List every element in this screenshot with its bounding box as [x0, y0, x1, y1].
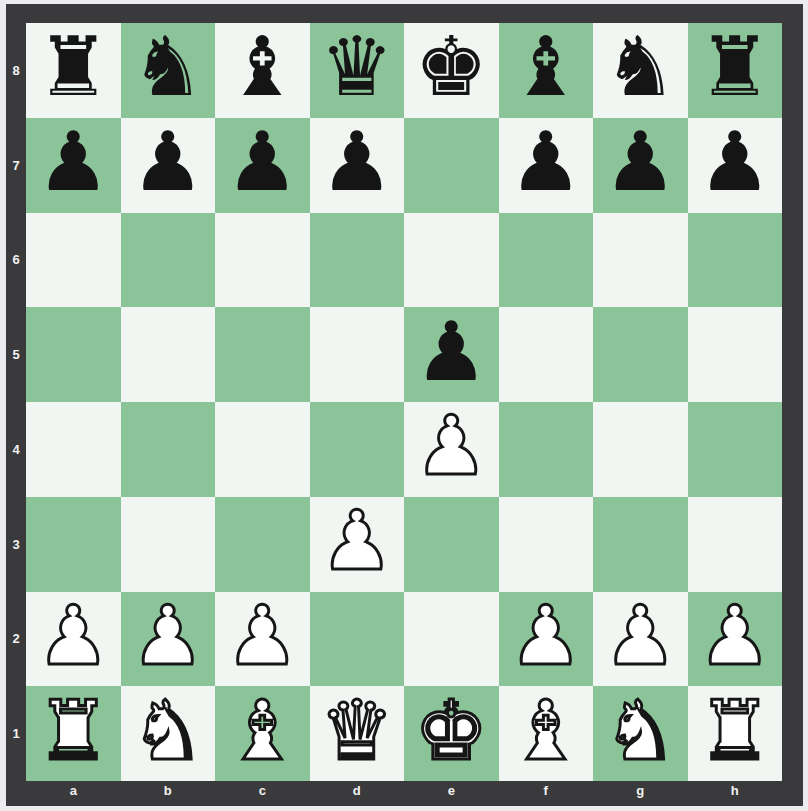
square-a2[interactable]: ♟ [26, 592, 121, 687]
square-f4[interactable] [499, 402, 594, 497]
square-h4[interactable] [688, 402, 783, 497]
piece-black-pawn[interactable]: ♟ [131, 121, 205, 203]
file-label-h: h [688, 781, 783, 806]
square-c1[interactable]: ♝ [215, 686, 310, 781]
square-d7[interactable]: ♟ [310, 118, 405, 213]
board-frame: 87654321 ♜♞♝♛♚♝♞♜♟♟♟♟♟♟♟♟♟♟♟♟♟♟♟♟♜♞♝♛♚♝♞… [6, 4, 803, 806]
square-d8[interactable]: ♛ [310, 23, 405, 118]
square-e8[interactable]: ♚ [404, 23, 499, 118]
piece-white-rook[interactable]: ♜ [698, 690, 772, 772]
square-e6[interactable] [404, 213, 499, 308]
square-f3[interactable] [499, 497, 594, 592]
square-e5[interactable]: ♟ [404, 307, 499, 402]
piece-white-pawn[interactable]: ♟ [36, 595, 110, 677]
square-d4[interactable] [310, 402, 405, 497]
square-f6[interactable] [499, 213, 594, 308]
piece-white-pawn[interactable]: ♟ [225, 595, 299, 677]
square-e1[interactable]: ♚ [404, 686, 499, 781]
square-b1[interactable]: ♞ [121, 686, 216, 781]
square-a4[interactable] [26, 402, 121, 497]
square-f2[interactable]: ♟ [499, 592, 594, 687]
square-a8[interactable]: ♜ [26, 23, 121, 118]
rank-label-8: 8 [6, 23, 26, 118]
rank-label-1: 1 [6, 686, 26, 781]
square-e4[interactable]: ♟ [404, 402, 499, 497]
square-a6[interactable] [26, 213, 121, 308]
square-b3[interactable] [121, 497, 216, 592]
square-h5[interactable] [688, 307, 783, 402]
piece-white-pawn[interactable]: ♟ [414, 405, 488, 487]
rank-label-3: 3 [6, 497, 26, 592]
square-c7[interactable]: ♟ [215, 118, 310, 213]
square-b2[interactable]: ♟ [121, 592, 216, 687]
piece-black-bishop[interactable]: ♝ [509, 26, 583, 108]
square-h2[interactable]: ♟ [688, 592, 783, 687]
square-f8[interactable]: ♝ [499, 23, 594, 118]
rank-label-5: 5 [6, 307, 26, 402]
piece-white-pawn[interactable]: ♟ [698, 595, 772, 677]
square-g3[interactable] [593, 497, 688, 592]
square-c6[interactable] [215, 213, 310, 308]
piece-black-pawn[interactable]: ♟ [603, 121, 677, 203]
square-g6[interactable] [593, 213, 688, 308]
file-label-a: a [26, 781, 121, 806]
square-b4[interactable] [121, 402, 216, 497]
chess-board[interactable]: ♜♞♝♛♚♝♞♜♟♟♟♟♟♟♟♟♟♟♟♟♟♟♟♟♜♞♝♛♚♝♞♜ [26, 23, 782, 781]
piece-white-pawn[interactable]: ♟ [320, 500, 394, 582]
square-c4[interactable] [215, 402, 310, 497]
square-d5[interactable] [310, 307, 405, 402]
square-b7[interactable]: ♟ [121, 118, 216, 213]
file-label-b: b [121, 781, 216, 806]
piece-black-queen[interactable]: ♛ [320, 26, 394, 108]
piece-black-knight[interactable]: ♞ [603, 26, 677, 108]
rank-label-2: 2 [6, 592, 26, 687]
rank-label-6: 6 [6, 213, 26, 308]
square-g2[interactable]: ♟ [593, 592, 688, 687]
piece-black-king[interactable]: ♚ [414, 26, 488, 108]
piece-black-rook[interactable]: ♜ [36, 26, 110, 108]
square-g5[interactable] [593, 307, 688, 402]
piece-black-pawn[interactable]: ♟ [225, 121, 299, 203]
piece-black-pawn[interactable]: ♟ [698, 121, 772, 203]
piece-black-pawn[interactable]: ♟ [414, 311, 488, 393]
square-b5[interactable] [121, 307, 216, 402]
file-label-f: f [499, 781, 594, 806]
piece-black-pawn[interactable]: ♟ [320, 121, 394, 203]
file-label-e: e [404, 781, 499, 806]
piece-black-bishop[interactable]: ♝ [225, 26, 299, 108]
piece-white-bishop[interactable]: ♝ [509, 690, 583, 772]
square-f7[interactable]: ♟ [499, 118, 594, 213]
piece-white-pawn[interactable]: ♟ [509, 595, 583, 677]
piece-white-knight[interactable]: ♞ [131, 690, 205, 772]
file-label-c: c [215, 781, 310, 806]
rank-labels: 87654321 [6, 23, 26, 781]
square-f5[interactable] [499, 307, 594, 402]
square-h6[interactable] [688, 213, 783, 308]
square-g8[interactable]: ♞ [593, 23, 688, 118]
file-labels: abcdefgh [26, 781, 782, 806]
piece-white-pawn[interactable]: ♟ [131, 595, 205, 677]
piece-white-bishop[interactable]: ♝ [225, 690, 299, 772]
piece-black-pawn[interactable]: ♟ [509, 121, 583, 203]
square-d2[interactable] [310, 592, 405, 687]
square-a5[interactable] [26, 307, 121, 402]
piece-white-king[interactable]: ♚ [414, 690, 488, 772]
square-c8[interactable]: ♝ [215, 23, 310, 118]
square-a7[interactable]: ♟ [26, 118, 121, 213]
square-b8[interactable]: ♞ [121, 23, 216, 118]
square-e2[interactable] [404, 592, 499, 687]
piece-white-queen[interactable]: ♛ [320, 690, 394, 772]
square-h1[interactable]: ♜ [688, 686, 783, 781]
square-a3[interactable] [26, 497, 121, 592]
square-g7[interactable]: ♟ [593, 118, 688, 213]
square-c2[interactable]: ♟ [215, 592, 310, 687]
square-f1[interactable]: ♝ [499, 686, 594, 781]
square-d1[interactable]: ♛ [310, 686, 405, 781]
square-a1[interactable]: ♜ [26, 686, 121, 781]
square-d3[interactable]: ♟ [310, 497, 405, 592]
square-h3[interactable] [688, 497, 783, 592]
file-label-d: d [310, 781, 405, 806]
piece-white-rook[interactable]: ♜ [36, 690, 110, 772]
square-d6[interactable] [310, 213, 405, 308]
square-h8[interactable]: ♜ [688, 23, 783, 118]
square-c3[interactable] [215, 497, 310, 592]
rank-label-7: 7 [6, 118, 26, 213]
square-g1[interactable]: ♞ [593, 686, 688, 781]
square-h7[interactable]: ♟ [688, 118, 783, 213]
piece-black-pawn[interactable]: ♟ [36, 121, 110, 203]
piece-white-pawn[interactable]: ♟ [603, 595, 677, 677]
rank-label-4: 4 [6, 402, 26, 497]
piece-white-knight[interactable]: ♞ [603, 690, 677, 772]
square-e3[interactable] [404, 497, 499, 592]
square-g4[interactable] [593, 402, 688, 497]
file-label-g: g [593, 781, 688, 806]
square-e7[interactable] [404, 118, 499, 213]
piece-black-knight[interactable]: ♞ [131, 26, 205, 108]
square-c5[interactable] [215, 307, 310, 402]
piece-black-rook[interactable]: ♜ [698, 26, 772, 108]
square-b6[interactable] [121, 213, 216, 308]
